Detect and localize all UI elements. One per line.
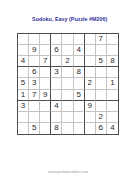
page-title: Sudoku, Easy (Puzzle #M206) (32, 17, 107, 22)
cell-r4c8 (96, 67, 107, 78)
cell-r2c5 (62, 45, 73, 56)
cell-r7c4: 4 (51, 101, 62, 112)
cell-r2c6: 4 (74, 45, 85, 56)
cell-r3c8: 5 (96, 56, 107, 67)
cell-r9c2: 5 (29, 123, 40, 134)
cell-r7c5 (62, 101, 73, 112)
cell-r9c4: 8 (51, 123, 62, 134)
cell-r6c2: 7 (29, 90, 40, 101)
cell-r9c5 (62, 123, 73, 134)
cell-r4c2: 6 (29, 67, 40, 78)
cell-r5c8 (96, 78, 107, 89)
cell-r2c4: 6 (51, 45, 62, 56)
cell-r1c8: 7 (96, 34, 107, 45)
cell-r1c6 (74, 34, 85, 45)
cell-r1c3 (40, 34, 51, 45)
cell-r3c2 (29, 56, 40, 67)
cell-r7c7: 9 (85, 101, 96, 112)
cell-r4c9 (107, 67, 118, 78)
cell-r6c8 (96, 90, 107, 101)
cell-r8c9 (107, 112, 118, 123)
cell-r3c9: 8 (107, 56, 118, 67)
cell-r3c4 (51, 56, 62, 67)
cell-r9c8: 6 (96, 123, 107, 134)
cell-r5c2: 3 (29, 78, 40, 89)
cell-r4c6: 8 (74, 67, 85, 78)
cell-r7c6 (74, 101, 85, 112)
footer-url: www.printmysudoku.com (48, 170, 88, 174)
cell-r7c3 (40, 101, 51, 112)
cell-r4c7 (85, 67, 96, 78)
cell-r9c9: 4 (107, 123, 118, 134)
cell-r5c1: 5 (18, 78, 29, 89)
cell-r4c4: 3 (51, 67, 62, 78)
cell-r6c9 (107, 90, 118, 101)
cell-r2c9 (107, 45, 118, 56)
cell-r6c3: 9 (40, 90, 51, 101)
cell-r2c2: 9 (29, 45, 40, 56)
cell-r9c1 (18, 123, 29, 134)
cell-r6c5 (62, 90, 73, 101)
cell-r5c6 (74, 78, 85, 89)
cell-r7c8 (96, 101, 107, 112)
cell-r1c2 (29, 34, 40, 45)
page-header: Sudoku, Easy (Puzzle #M206) (0, 11, 136, 29)
cell-r1c1 (18, 34, 29, 45)
cell-r3c1: 4 (18, 56, 29, 67)
cell-r1c5 (62, 34, 73, 45)
cell-r6c6: 5 (74, 90, 85, 101)
cell-r2c8 (96, 45, 107, 56)
cell-r8c3 (40, 112, 51, 123)
cell-r8c8: 2 (96, 112, 107, 123)
cell-r5c5 (62, 78, 73, 89)
cell-r8c7 (85, 112, 96, 123)
cell-r9c7 (85, 123, 96, 134)
cell-r3c5: 2 (62, 56, 73, 67)
cell-r2c7 (85, 45, 96, 56)
page-footer: www.printmysudoku.com (0, 162, 136, 176)
cell-r7c2 (29, 101, 40, 112)
cell-r3c7 (85, 56, 96, 67)
cell-r6c4 (51, 90, 62, 101)
sudoku-board: 7964472586385321179534925864 (17, 33, 119, 135)
cell-r6c7 (85, 90, 96, 101)
cell-r8c2 (29, 112, 40, 123)
cell-r5c7: 2 (85, 78, 96, 89)
cell-r6c1: 1 (18, 90, 29, 101)
cell-r1c9 (107, 34, 118, 45)
cell-r9c6 (74, 123, 85, 134)
cell-r4c1 (18, 67, 29, 78)
cell-r2c1 (18, 45, 29, 56)
cell-r7c1: 3 (18, 101, 29, 112)
cell-r3c3: 7 (40, 56, 51, 67)
cell-r8c1 (18, 112, 29, 123)
cell-r5c4 (51, 78, 62, 89)
cell-r2c3 (40, 45, 51, 56)
cell-r7c9 (107, 101, 118, 112)
cell-r8c4 (51, 112, 62, 123)
cell-r3c6 (74, 56, 85, 67)
cell-r8c5 (62, 112, 73, 123)
cell-r9c3 (40, 123, 51, 134)
cell-r8c6 (74, 112, 85, 123)
cell-r5c3 (40, 78, 51, 89)
cell-r1c7 (85, 34, 96, 45)
sudoku-print-page: Sudoku, Easy (Puzzle #M206) 796447258638… (0, 0, 136, 176)
cell-r4c3 (40, 67, 51, 78)
cell-r4c5 (62, 67, 73, 78)
cell-r1c4 (51, 34, 62, 45)
cell-r5c9: 1 (107, 78, 118, 89)
